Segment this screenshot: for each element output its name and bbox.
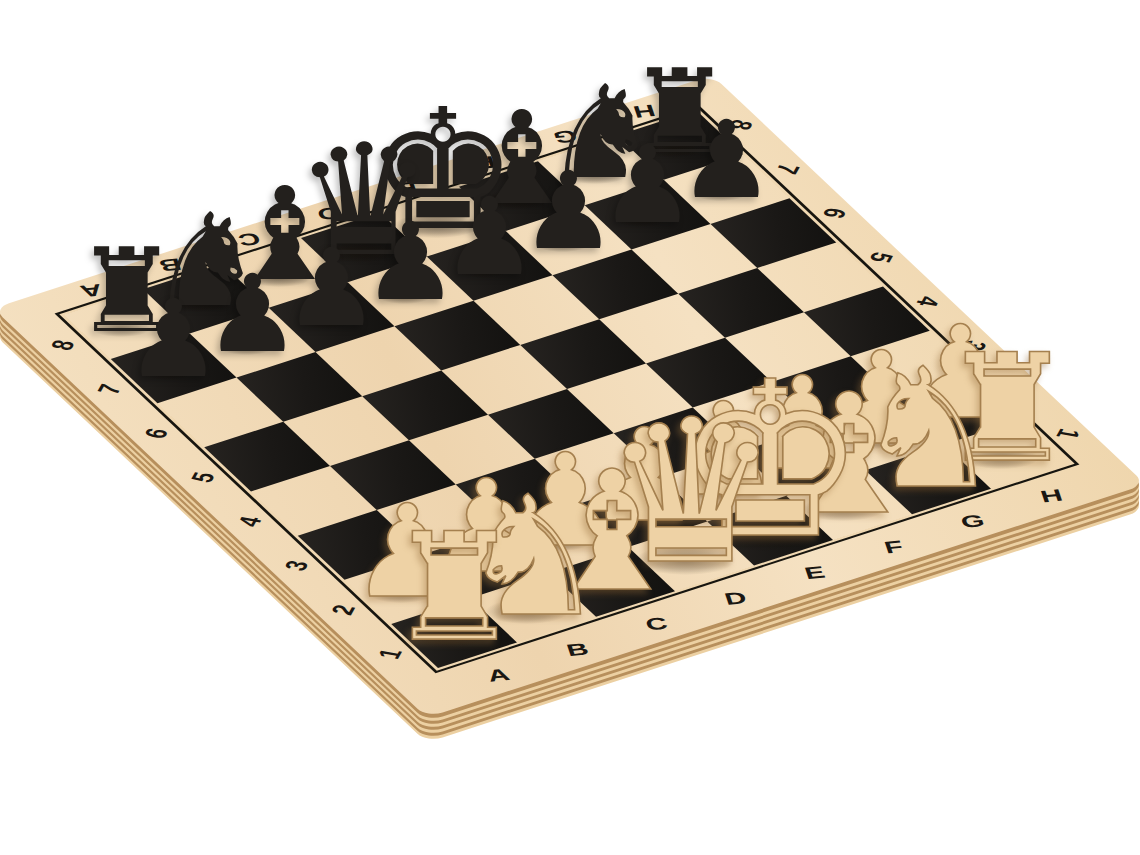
rank-label-left-5: 5 xyxy=(186,471,219,485)
rank-label-left-7: 7 xyxy=(93,382,126,396)
piece-white-rook-a1[interactable]: ♜ xyxy=(387,514,520,663)
rank-label-right-7: 7 xyxy=(771,162,804,176)
piece-black-pawn-a7[interactable]: ♟ xyxy=(126,286,222,393)
rank-label-left-4: 4 xyxy=(233,515,266,529)
pawn-glyph: ♟ xyxy=(126,286,222,393)
rank-label-right-6: 6 xyxy=(818,206,851,220)
chess-set-photo: AABBCCDDEEFFGGHH8877665544332211 ♜♞♝♛♚♝♞… xyxy=(0,0,1140,855)
rook-glyph: ♜ xyxy=(387,514,520,663)
rank-label-left-6: 6 xyxy=(139,426,172,440)
rank-label-left-3: 3 xyxy=(280,559,313,573)
rank-label-right-5: 5 xyxy=(865,250,898,264)
